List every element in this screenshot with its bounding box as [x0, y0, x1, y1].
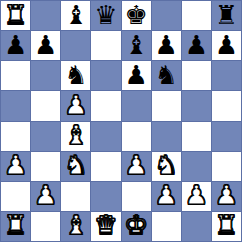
square-e3[interactable]: ♟	[122, 152, 151, 181]
square-c5[interactable]: ♟	[61, 91, 90, 120]
square-f1[interactable]	[152, 212, 181, 241]
piece-black-bishop: ♝	[64, 2, 87, 28]
square-g7[interactable]: ♟	[182, 31, 211, 60]
piece-white-pawn: ♟	[4, 152, 27, 178]
square-e8[interactable]: ♚	[122, 1, 151, 30]
square-f7[interactable]: ♟	[152, 31, 181, 60]
square-b2[interactable]: ♟	[31, 182, 60, 211]
square-g3[interactable]	[182, 152, 211, 181]
square-h7[interactable]: ♟	[212, 31, 241, 60]
square-f8[interactable]	[152, 1, 181, 30]
square-b3[interactable]	[31, 152, 60, 181]
piece-black-pawn: ♟	[34, 32, 57, 58]
square-g5[interactable]	[182, 91, 211, 120]
piece-white-pawn: ♟	[124, 152, 147, 178]
piece-black-rook: ♜	[215, 2, 238, 28]
square-c8[interactable]: ♝	[61, 1, 90, 30]
square-h1[interactable]: ♜	[212, 212, 241, 241]
square-f2[interactable]: ♟	[152, 182, 181, 211]
square-d2[interactable]	[91, 182, 120, 211]
piece-black-pawn: ♟	[185, 32, 208, 58]
square-c3[interactable]: ♞	[61, 152, 90, 181]
piece-white-bishop: ♝	[64, 122, 87, 148]
piece-white-bishop: ♝	[64, 212, 87, 238]
square-b5[interactable]	[31, 91, 60, 120]
piece-white-rook: ♜	[4, 212, 27, 238]
square-b8[interactable]	[31, 1, 60, 30]
square-d1[interactable]: ♛	[91, 212, 120, 241]
piece-white-pawn: ♟	[155, 182, 178, 208]
square-a4[interactable]	[1, 122, 30, 151]
square-d4[interactable]	[91, 122, 120, 151]
square-g2[interactable]: ♟	[182, 182, 211, 211]
square-a8[interactable]: ♜	[1, 1, 30, 30]
piece-black-knight: ♞	[64, 62, 87, 88]
square-c4[interactable]: ♝	[61, 122, 90, 151]
square-c1[interactable]: ♝	[61, 212, 90, 241]
square-h8[interactable]: ♜	[212, 1, 241, 30]
square-f3[interactable]: ♞	[152, 152, 181, 181]
square-c7[interactable]	[61, 31, 90, 60]
square-h5[interactable]	[212, 91, 241, 120]
piece-white-knight: ♞	[155, 152, 178, 178]
square-a7[interactable]: ♟	[1, 31, 30, 60]
piece-black-pawn: ♟	[4, 32, 27, 58]
square-b6[interactable]	[31, 61, 60, 90]
square-b4[interactable]	[31, 122, 60, 151]
piece-black-knight: ♞	[155, 62, 178, 88]
square-f6[interactable]: ♞	[152, 61, 181, 90]
piece-white-rook: ♜	[4, 2, 27, 28]
piece-white-rook: ♜	[215, 212, 238, 238]
square-e2[interactable]	[122, 182, 151, 211]
square-d5[interactable]	[91, 91, 120, 120]
chess-board: ♜♝♛♚♜♟♟♝♟♟♟♞♟♞♟♝♟♞♟♞♟♟♟♟♜♝♛♚♜	[0, 0, 242, 242]
square-b1[interactable]	[31, 212, 60, 241]
square-f4[interactable]	[152, 122, 181, 151]
piece-white-pawn: ♟	[34, 182, 57, 208]
square-g8[interactable]	[182, 1, 211, 30]
square-e4[interactable]	[122, 122, 151, 151]
piece-black-pawn: ♟	[215, 32, 238, 58]
square-a2[interactable]	[1, 182, 30, 211]
square-e1[interactable]: ♚	[122, 212, 151, 241]
square-a6[interactable]	[1, 61, 30, 90]
piece-black-queen: ♛	[94, 2, 117, 28]
square-e6[interactable]: ♟	[122, 61, 151, 90]
square-d7[interactable]	[91, 31, 120, 60]
piece-white-knight: ♞	[64, 152, 87, 178]
square-c6[interactable]: ♞	[61, 61, 90, 90]
piece-white-pawn: ♟	[185, 182, 208, 208]
square-h4[interactable]	[212, 122, 241, 151]
square-a5[interactable]	[1, 91, 30, 120]
square-a1[interactable]: ♜	[1, 212, 30, 241]
square-h2[interactable]: ♟	[212, 182, 241, 211]
square-b7[interactable]: ♟	[31, 31, 60, 60]
piece-white-king: ♚	[124, 212, 147, 238]
square-g6[interactable]	[182, 61, 211, 90]
square-h3[interactable]	[212, 152, 241, 181]
piece-white-pawn: ♟	[64, 92, 87, 118]
square-h6[interactable]	[212, 61, 241, 90]
square-e5[interactable]	[122, 91, 151, 120]
square-d6[interactable]	[91, 61, 120, 90]
square-d8[interactable]: ♛	[91, 1, 120, 30]
piece-black-pawn: ♟	[124, 62, 147, 88]
piece-black-bishop: ♝	[124, 32, 147, 58]
square-c2[interactable]	[61, 182, 90, 211]
square-f5[interactable]	[152, 91, 181, 120]
piece-black-king: ♚	[124, 2, 147, 28]
square-d3[interactable]	[91, 152, 120, 181]
square-a3[interactable]: ♟	[1, 152, 30, 181]
piece-white-queen: ♛	[94, 212, 117, 238]
square-g1[interactable]	[182, 212, 211, 241]
square-e7[interactable]: ♝	[122, 31, 151, 60]
square-g4[interactable]	[182, 122, 211, 151]
piece-white-pawn: ♟	[215, 182, 238, 208]
piece-black-pawn: ♟	[155, 32, 178, 58]
